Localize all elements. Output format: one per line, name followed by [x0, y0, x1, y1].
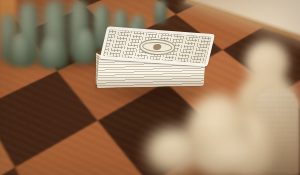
chess-piece-dark [39, 37, 66, 68]
chess-piece-light [196, 138, 270, 175]
card-deck [95, 26, 214, 104]
photo-frame: Close-up photograph with shallow depth o… [0, 0, 300, 175]
chess-piece-dark [154, 0, 167, 24]
card-back-emblem [138, 37, 178, 55]
chess-piece-dark [72, 29, 97, 64]
chess-piece-dark [8, 34, 33, 67]
chess-piece-light [146, 128, 202, 175]
